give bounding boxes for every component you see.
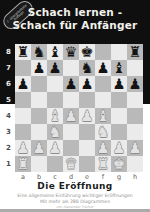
file-labels: abcdefgh [15, 172, 143, 181]
square-d2 [63, 140, 79, 156]
book-title: Schach lernen - Schach für Anfänger [0, 6, 150, 32]
file-label-c: c [47, 172, 63, 181]
square-f5 [95, 92, 111, 108]
piece-white-pawn: ♟ [49, 140, 62, 156]
chess-board: ♜♞♝♛♚♜♟♟♞♟♝♟♟♟♟♟♝♟♟♝♞♞♟♟♟♟♟♟♜♛♜♚ [15, 44, 143, 172]
square-h1 [127, 156, 143, 172]
piece-white-rook: ♜ [17, 156, 30, 172]
rank-label-6: 6 [3, 76, 14, 92]
square-h5 [127, 92, 143, 108]
square-e3 [79, 124, 95, 140]
square-c1 [47, 156, 63, 172]
square-f2: ♟ [95, 140, 111, 156]
square-h4 [127, 108, 143, 124]
rank-label-3: 3 [3, 124, 14, 140]
square-d7 [63, 60, 79, 76]
piece-black-pawn: ♟ [113, 76, 126, 92]
square-g7: ♝ [111, 60, 127, 76]
square-e8: ♚ [79, 44, 95, 60]
square-c2: ♟ [47, 140, 63, 156]
piece-black-queen: ♛ [65, 44, 78, 60]
square-g8 [111, 44, 127, 60]
square-g4 [111, 108, 127, 124]
square-g5 [111, 92, 127, 108]
square-e7: ♞ [79, 60, 95, 76]
piece-white-knight: ♞ [49, 124, 62, 140]
rank-label-4: 4 [3, 108, 14, 124]
square-g3 [111, 124, 127, 140]
piece-white-pawn: ♟ [17, 140, 30, 156]
square-d6: ♟ [63, 76, 79, 92]
book-title-line2: Schach für Anfänger [0, 19, 150, 32]
piece-black-pawn: ♟ [97, 60, 110, 76]
piece-white-pawn: ♟ [129, 140, 142, 156]
square-g1: ♚ [111, 156, 127, 172]
square-f1: ♜ [95, 156, 111, 172]
piece-white-king: ♚ [113, 156, 126, 172]
square-b7: ♟ [31, 60, 47, 76]
square-b2: ♟ [31, 140, 47, 156]
subtitle-line2: Mit mehr als 280 Diagrammen [0, 199, 150, 204]
square-h7 [127, 60, 143, 76]
square-h2: ♟ [127, 140, 143, 156]
piece-white-pawn: ♟ [81, 108, 94, 124]
rank-labels: 87654321 [3, 44, 14, 172]
square-a1: ♜ [15, 156, 31, 172]
square-d4: ♟ [63, 108, 79, 124]
piece-black-knight: ♞ [81, 60, 94, 76]
square-f8 [95, 44, 111, 60]
piece-black-pawn: ♟ [33, 60, 46, 76]
piece-black-rook: ♜ [129, 44, 142, 60]
piece-black-pawn: ♟ [17, 76, 30, 92]
piece-black-rook: ♜ [17, 44, 30, 60]
piece-black-king: ♚ [81, 44, 94, 60]
piece-white-bishop: ♝ [49, 108, 62, 124]
subtitle-line1: Eine allgemeine Einführung wichtiger Erö… [0, 193, 150, 198]
piece-white-bishop: ♝ [97, 108, 110, 124]
square-b4 [31, 108, 47, 124]
square-g2: ♟ [111, 140, 127, 156]
piece-white-pawn: ♟ [113, 140, 126, 156]
square-a2: ♟ [15, 140, 31, 156]
file-label-a: a [15, 172, 31, 181]
square-h8: ♜ [127, 44, 143, 60]
square-a5 [15, 92, 31, 108]
square-h3 [127, 124, 143, 140]
rank-label-7: 7 [3, 60, 14, 76]
file-label-h: h [127, 172, 143, 181]
piece-white-knight: ♞ [97, 124, 110, 140]
file-label-b: b [31, 172, 47, 181]
square-e4: ♟ [79, 108, 95, 124]
file-label-f: f [95, 172, 111, 181]
piece-black-bishop: ♝ [113, 60, 126, 76]
square-d1: ♛ [63, 156, 79, 172]
rank-label-2: 2 [3, 140, 14, 156]
square-a6: ♟ [15, 76, 31, 92]
rank-label-8: 8 [3, 44, 14, 60]
section-title: Die Eröffnung [0, 181, 150, 191]
square-f7: ♟ [95, 60, 111, 76]
square-b1 [31, 156, 47, 172]
piece-white-rook: ♜ [97, 156, 110, 172]
square-c5 [47, 92, 63, 108]
piece-white-pawn: ♟ [33, 140, 46, 156]
piece-black-pawn: ♟ [81, 76, 94, 92]
piece-white-queen: ♛ [65, 156, 78, 172]
square-b5 [31, 92, 47, 108]
square-a4 [15, 108, 31, 124]
square-e6: ♟ [79, 76, 95, 92]
book-title-line1: Schach lernen - [0, 6, 150, 19]
square-b8: ♞ [31, 44, 47, 60]
square-d5 [63, 92, 79, 108]
rank-label-5: 5 [3, 92, 14, 108]
file-label-d: d [63, 172, 79, 181]
square-a8: ♜ [15, 44, 31, 60]
square-c8: ♝ [47, 44, 63, 60]
square-c3: ♞ [47, 124, 63, 140]
piece-black-pawn: ♟ [49, 60, 62, 76]
book-cover: 2. überarbeitete Auflage Schach lernen -… [0, 0, 150, 212]
square-f4: ♝ [95, 108, 111, 124]
square-b3 [31, 124, 47, 140]
square-f6 [95, 76, 111, 92]
piece-white-pawn: ♟ [65, 108, 78, 124]
square-c7: ♟ [47, 60, 63, 76]
rank-label-1: 1 [3, 156, 14, 172]
square-c6 [47, 76, 63, 92]
square-a7 [15, 60, 31, 76]
square-g6: ♟ [111, 76, 127, 92]
square-d8: ♛ [63, 44, 79, 60]
square-e1 [79, 156, 95, 172]
square-e2 [79, 140, 95, 156]
square-a3 [15, 124, 31, 140]
piece-black-knight: ♞ [33, 44, 46, 60]
piece-white-pawn: ♟ [97, 140, 110, 156]
square-h6: ♟ [127, 76, 143, 92]
piece-black-pawn: ♟ [129, 76, 142, 92]
square-c4: ♝ [47, 108, 63, 124]
piece-black-bishop: ♝ [49, 44, 62, 60]
file-label-e: e [79, 172, 95, 181]
piece-black-pawn: ♟ [65, 76, 78, 92]
square-f3: ♞ [95, 124, 111, 140]
square-b6 [31, 76, 47, 92]
bottom-edge-strip [0, 209, 150, 212]
author-line: von Alexander Fischer [0, 205, 150, 209]
square-d3 [63, 124, 79, 140]
file-label-g: g [111, 172, 127, 181]
square-e5 [79, 92, 95, 108]
